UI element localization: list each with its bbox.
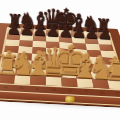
coordinate-letter-b: b xyxy=(13,86,30,91)
brass-clasp-icon xyxy=(65,96,75,102)
coordinate-letter-g: g xyxy=(94,90,111,95)
coordinate-letter-h: h xyxy=(110,91,120,96)
coordinate-letter-a: a xyxy=(0,85,14,90)
square-h1: ♜ xyxy=(107,80,120,89)
coordinate-letter-c: c xyxy=(30,86,46,91)
coordinate-letter-e: e xyxy=(62,88,78,93)
folding-chess-case: ♜♞♝♛♚♝♞♜♟♟♟♟♟♟♟♟♟♟♟♟♟♟♟♟♜♞♝♛♚♝♞♜ abcdefg… xyxy=(0,23,120,98)
chess-board: ♜♞♝♛♚♝♞♜♟♟♟♟♟♟♟♟♟♟♟♟♟♟♟♟♜♞♝♛♚♝♞♜ xyxy=(0,27,120,91)
black-pawn: ♟ xyxy=(97,24,113,41)
white-rook: ♜ xyxy=(104,57,120,85)
case-front-edge xyxy=(0,90,120,109)
coordinate-letter-d: d xyxy=(46,87,62,92)
coordinate-letter-f: f xyxy=(78,89,95,94)
